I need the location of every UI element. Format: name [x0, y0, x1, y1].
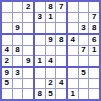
- sudoku-cell-r9c4[interactable]: 8: [35, 89, 45, 99]
- sudoku-cell-r6c8[interactable]: [79, 56, 89, 66]
- sudoku-cell-r6c1[interactable]: 2: [2, 56, 12, 66]
- sudoku-cell-r4c9[interactable]: 6: [89, 35, 99, 45]
- sudoku-cell-r2c5[interactable]: 1: [46, 13, 56, 23]
- sudoku-cell-r9c6[interactable]: [56, 89, 66, 99]
- sudoku-cell-r2c3[interactable]: [23, 13, 33, 23]
- sudoku-cell-r5c3[interactable]: [23, 46, 33, 56]
- sudoku-cell-r7c7[interactable]: [68, 68, 78, 78]
- sudoku-cell-r7c3[interactable]: [23, 68, 33, 78]
- sudoku-cell-r6c9[interactable]: [89, 56, 99, 66]
- sudoku-cell-r7c8[interactable]: 5: [79, 68, 89, 78]
- sudoku-board: 287317938984648712914935524851: [0, 0, 101, 101]
- sudoku-cell-r2c2[interactable]: [13, 13, 23, 23]
- sudoku-cell-r2c9[interactable]: 7: [89, 13, 99, 23]
- sudoku-cell-r1c2[interactable]: [13, 2, 23, 12]
- sudoku-cell-r8c6[interactable]: 4: [56, 79, 66, 89]
- sudoku-cell-r7c2[interactable]: 3: [13, 68, 23, 78]
- sudoku-cell-r6c6[interactable]: [56, 56, 66, 66]
- sudoku-cell-r8c2[interactable]: [13, 79, 23, 89]
- sudoku-cell-r7c4[interactable]: [35, 68, 45, 78]
- sudoku-cell-r5c2[interactable]: 8: [13, 46, 23, 56]
- sudoku-cell-r5c7[interactable]: [68, 46, 78, 56]
- sudoku-cell-r5c1[interactable]: 4: [2, 46, 12, 56]
- sudoku-cell-r2c1[interactable]: [2, 13, 12, 23]
- sudoku-cell-r2c6[interactable]: [56, 13, 66, 23]
- sudoku-cell-r8c8[interactable]: [79, 79, 89, 89]
- sudoku-cell-r6c2[interactable]: [13, 56, 23, 66]
- sudoku-cell-r5c9[interactable]: 1: [89, 46, 99, 56]
- sudoku-cell-r5c5[interactable]: [46, 46, 56, 56]
- sudoku-cell-r9c2[interactable]: [13, 89, 23, 99]
- sudoku-cell-r6c7[interactable]: [68, 56, 78, 66]
- sudoku-cell-r1c4[interactable]: [35, 2, 45, 12]
- sudoku-cell-r7c9[interactable]: [89, 68, 99, 78]
- sudoku-cell-r4c1[interactable]: [2, 35, 12, 45]
- sudoku-cell-r8c7[interactable]: [68, 79, 78, 89]
- sudoku-cell-r3c6[interactable]: [56, 23, 66, 33]
- sudoku-cell-r6c3[interactable]: 9: [23, 56, 33, 66]
- sudoku-cell-r4c8[interactable]: [79, 35, 89, 45]
- sudoku-cell-r9c1[interactable]: [2, 89, 12, 99]
- sudoku-cell-r1c1[interactable]: [2, 2, 12, 12]
- sudoku-cell-r4c6[interactable]: 8: [56, 35, 66, 45]
- sudoku-cell-r1c3[interactable]: 2: [23, 2, 33, 12]
- sudoku-cell-r8c5[interactable]: 2: [46, 79, 56, 89]
- sudoku-cell-r9c8[interactable]: [79, 89, 89, 99]
- sudoku-cell-r5c6[interactable]: [56, 46, 66, 56]
- sudoku-cell-r4c4[interactable]: [35, 35, 45, 45]
- sudoku-cell-r1c8[interactable]: [79, 2, 89, 12]
- sudoku-cell-r9c3[interactable]: [23, 89, 33, 99]
- sudoku-cell-r3c3[interactable]: [23, 23, 33, 33]
- sudoku-cell-r3c9[interactable]: 8: [89, 23, 99, 33]
- sudoku-cell-r2c4[interactable]: 3: [35, 13, 45, 23]
- sudoku-cell-r8c9[interactable]: [89, 79, 99, 89]
- sudoku-cell-r7c1[interactable]: 9: [2, 68, 12, 78]
- sudoku-cell-r9c5[interactable]: 5: [46, 89, 56, 99]
- sudoku-cell-r6c5[interactable]: 4: [46, 56, 56, 66]
- sudoku-cell-r3c2[interactable]: 9: [13, 23, 23, 33]
- sudoku-cell-r5c8[interactable]: 7: [79, 46, 89, 56]
- sudoku-cell-r2c7[interactable]: [68, 13, 78, 23]
- sudoku-cell-r2c8[interactable]: [79, 13, 89, 23]
- sudoku-cell-r3c5[interactable]: [46, 23, 56, 33]
- sudoku-cell-r4c7[interactable]: 4: [68, 35, 78, 45]
- sudoku-cell-r3c7[interactable]: [68, 23, 78, 33]
- sudoku-cell-r1c9[interactable]: [89, 2, 99, 12]
- sudoku-cell-r3c1[interactable]: [2, 23, 12, 33]
- sudoku-cell-r8c1[interactable]: 5: [2, 79, 12, 89]
- sudoku-cell-r9c7[interactable]: 1: [68, 89, 78, 99]
- sudoku-cell-r6c4[interactable]: 1: [35, 56, 45, 66]
- sudoku-cell-r4c2[interactable]: [13, 35, 23, 45]
- sudoku-cell-r7c5[interactable]: [46, 68, 56, 78]
- sudoku-cell-r1c7[interactable]: [68, 2, 78, 12]
- sudoku-cell-r4c3[interactable]: [23, 35, 33, 45]
- sudoku-cell-r3c8[interactable]: 3: [79, 23, 89, 33]
- sudoku-cell-r3c4[interactable]: [35, 23, 45, 33]
- sudoku-cell-r1c6[interactable]: 7: [56, 2, 66, 12]
- sudoku-cell-r4c5[interactable]: 9: [46, 35, 56, 45]
- sudoku-cell-r5c4[interactable]: [35, 46, 45, 56]
- sudoku-cell-r8c3[interactable]: [23, 79, 33, 89]
- sudoku-cell-r1c5[interactable]: 8: [46, 2, 56, 12]
- sudoku-cell-r8c4[interactable]: [35, 79, 45, 89]
- sudoku-cell-r9c9[interactable]: [89, 89, 99, 99]
- sudoku-cell-r7c6[interactable]: [56, 68, 66, 78]
